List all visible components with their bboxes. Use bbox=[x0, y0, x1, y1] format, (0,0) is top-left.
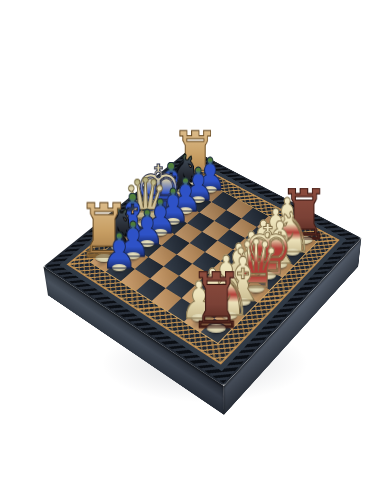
pawn-glyph: ♟ bbox=[92, 231, 148, 270]
rook-glyph: ♜ bbox=[187, 271, 246, 332]
photo-scene: ♜♞♟♝♟♚♟♛♟♝♟♞♟♟♜♟♟♜♟♟♞♟♝♟♚♟♛♟♝♟♞♜ bbox=[0, 0, 381, 492]
